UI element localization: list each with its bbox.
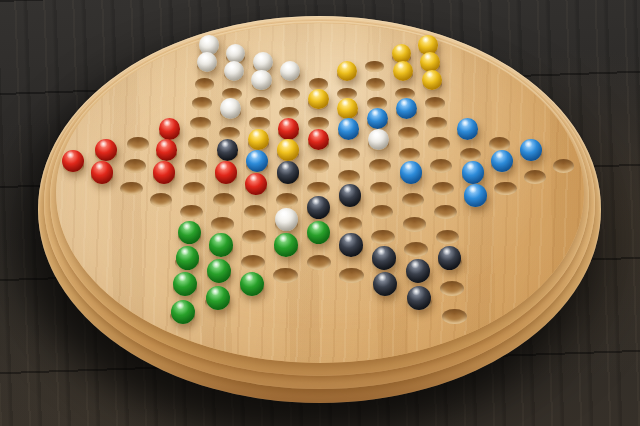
hole-c15-1[interactable] <box>489 137 510 150</box>
hole-c6-5[interactable] <box>219 127 240 140</box>
hole-c8-2[interactable] <box>280 88 300 100</box>
marble-black-c10-7[interactable] <box>339 184 362 207</box>
marble-yellow-c10-1[interactable] <box>337 61 357 81</box>
marble-green-c6-11[interactable] <box>207 259 231 283</box>
marble-red-c8-4[interactable] <box>278 118 299 139</box>
hole-c17-1[interactable] <box>553 159 575 173</box>
marble-white-c7-1[interactable] <box>253 52 273 72</box>
hole-c7-9[interactable] <box>242 230 265 245</box>
hole-c9-9[interactable] <box>307 255 331 270</box>
marble-green-c5-10[interactable] <box>178 221 201 244</box>
hole-c15-3[interactable] <box>494 182 516 196</box>
hole-c9-6[interactable] <box>307 182 329 196</box>
marble-red-c2-1[interactable] <box>95 139 117 161</box>
hole-c5-7[interactable] <box>185 159 207 173</box>
hole-c9-3[interactable] <box>308 117 329 130</box>
marble-black-c8-6[interactable] <box>277 161 299 183</box>
hole-c6-8[interactable] <box>213 193 236 207</box>
chinese-checkers-board <box>0 0 640 426</box>
hole-c11-7[interactable] <box>370 182 392 196</box>
hole-c13-4[interactable] <box>425 97 445 110</box>
hole-c13-5[interactable] <box>426 117 447 130</box>
hole-c3-1[interactable] <box>127 137 148 150</box>
hole-c16-2[interactable] <box>524 170 546 184</box>
marble-blue-c12-7[interactable] <box>400 161 422 183</box>
marble-green-c6-10[interactable] <box>209 233 233 257</box>
marble-black-c10-9[interactable] <box>339 233 363 257</box>
hole-c9-5[interactable] <box>308 159 330 173</box>
marble-white-c6-2[interactable] <box>224 61 244 81</box>
marble-blue-c14-4[interactable] <box>464 184 487 207</box>
marble-blue-c14-1[interactable] <box>457 118 478 139</box>
hole-c5-8[interactable] <box>183 182 205 196</box>
hole-c12-5[interactable] <box>398 127 419 140</box>
marble-yellow-c8-5[interactable] <box>277 139 299 161</box>
hole-c12-10[interactable] <box>404 242 428 257</box>
marble-white-c5-2[interactable] <box>197 52 217 72</box>
marble-blue-c12-4[interactable] <box>396 98 417 119</box>
hole-c11-8[interactable] <box>371 205 394 219</box>
hole-c12-9[interactable] <box>403 217 426 231</box>
hole-c10-5[interactable] <box>338 148 360 161</box>
marble-green-c9-8[interactable] <box>307 221 330 244</box>
scene <box>0 0 640 426</box>
hole-c8-7[interactable] <box>276 193 299 207</box>
hole-c13-9[interactable] <box>434 205 457 219</box>
hole-c11-6[interactable] <box>369 159 391 173</box>
hole-c7-4[interactable] <box>249 117 270 130</box>
marble-yellow-c12-2[interactable] <box>393 61 413 81</box>
hole-c13-8[interactable] <box>432 182 454 196</box>
marble-green-c5-11[interactable] <box>176 246 200 270</box>
hole-c13-10[interactable] <box>436 230 459 245</box>
hole-c5-3[interactable] <box>195 78 215 90</box>
hole-c11-2[interactable] <box>366 78 386 90</box>
hole-c5-6[interactable] <box>188 137 209 150</box>
marble-black-c12-11[interactable] <box>406 259 430 283</box>
marble-green-c8-9[interactable] <box>274 233 298 257</box>
marble-red-c2-2[interactable] <box>91 161 113 183</box>
hole-c7-8[interactable] <box>244 205 267 219</box>
hole-c4-4[interactable] <box>150 193 173 207</box>
hole-c5-4[interactable] <box>192 97 212 110</box>
marble-green-c6-12[interactable] <box>206 286 230 310</box>
marble-black-c13-11[interactable] <box>438 246 462 270</box>
hole-c7-3[interactable] <box>250 97 270 110</box>
hole-c12-8[interactable] <box>402 193 425 207</box>
hole-c3-2[interactable] <box>124 159 146 173</box>
marble-red-c4-3[interactable] <box>153 161 175 183</box>
hole-c5-5[interactable] <box>190 117 211 130</box>
hole-c3-3[interactable] <box>120 182 142 196</box>
marble-red-c6-7[interactable] <box>215 161 237 183</box>
board-cells <box>0 0 640 426</box>
hole-c13-13[interactable] <box>442 309 467 325</box>
hole-c10-8[interactable] <box>339 217 362 231</box>
marble-yellow-c13-2[interactable] <box>420 52 440 72</box>
hole-c12-6[interactable] <box>399 148 421 161</box>
marble-white-c7-2[interactable] <box>251 70 271 90</box>
marble-yellow-c9-2[interactable] <box>308 89 329 110</box>
hole-c11-1[interactable] <box>365 61 384 73</box>
hole-c13-7[interactable] <box>430 159 452 173</box>
marble-red-c4-1[interactable] <box>159 118 180 139</box>
marble-blue-c10-4[interactable] <box>338 118 359 139</box>
hole-c14-2[interactable] <box>460 148 482 161</box>
hole-c5-9[interactable] <box>180 205 203 219</box>
hole-c7-10[interactable] <box>241 255 265 270</box>
marble-blue-c14-3[interactable] <box>462 161 484 183</box>
hole-c13-6[interactable] <box>428 137 449 150</box>
marble-blue-c16-1[interactable] <box>520 139 542 161</box>
hole-c8-10[interactable] <box>273 268 297 283</box>
hole-c6-9[interactable] <box>211 217 234 231</box>
marble-black-c11-10[interactable] <box>372 246 396 270</box>
hole-c10-10[interactable] <box>339 268 363 283</box>
hole-c10-6[interactable] <box>338 170 360 184</box>
hole-c11-9[interactable] <box>371 230 394 245</box>
hole-c13-12[interactable] <box>440 281 465 296</box>
